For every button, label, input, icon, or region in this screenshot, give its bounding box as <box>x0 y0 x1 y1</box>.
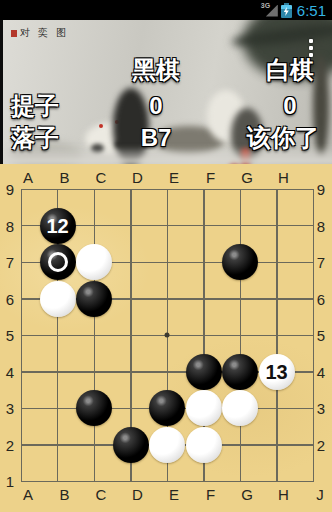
crane-red-crown <box>99 124 103 128</box>
coord-label-top-B: B <box>59 170 69 185</box>
coord-label-left-2: 2 <box>6 437 14 452</box>
coord-label-bottom-B: B <box>59 487 69 502</box>
coord-label-left-9: 9 <box>6 182 14 197</box>
coord-label-bottom-J: J <box>316 487 324 502</box>
coord-label-right-8: 8 <box>317 218 325 233</box>
stone-F3-white <box>186 390 222 426</box>
seal-stamp <box>11 30 17 37</box>
stone-E3-black <box>149 390 185 426</box>
coord-label-bottom-D: D <box>132 487 143 502</box>
coord-label-top-A: A <box>23 170 33 185</box>
coord-label-top-E: E <box>169 170 179 185</box>
coord-label-left-6: 6 <box>6 291 14 306</box>
painting-title: 对奕图 <box>20 26 74 40</box>
coord-label-right-4: 4 <box>317 364 325 379</box>
stone-B7-black <box>40 244 76 280</box>
coord-label-bottom-A: A <box>23 487 33 502</box>
star-point-E5 <box>165 333 170 338</box>
stone-move-number: 13 <box>265 362 287 382</box>
stone-B8-black: 12 <box>40 208 76 244</box>
coord-label-left-4: 4 <box>6 364 14 379</box>
stone-H4-white: 13 <box>259 354 295 390</box>
coord-label-right-2: 2 <box>317 437 325 452</box>
status-bar: 3G 6:51 <box>0 0 332 20</box>
coord-label-left-5: 5 <box>6 328 14 343</box>
coord-label-top-G: G <box>241 170 253 185</box>
stone-G4-black <box>222 354 258 390</box>
stone-B6-white <box>40 281 76 317</box>
coord-label-bottom-E: E <box>169 487 179 502</box>
last-move-marker <box>48 252 68 272</box>
stone-G3-white <box>222 390 258 426</box>
coord-label-right-7: 7 <box>317 255 325 270</box>
go-board: ABCDEFGHABCDEFGHJ987654321987654321213 <box>0 164 332 512</box>
network-type-label: 3G <box>261 2 270 9</box>
coord-label-bottom-G: G <box>241 487 253 502</box>
coord-label-bottom-F: F <box>206 487 215 502</box>
coord-label-left-8: 8 <box>6 218 14 233</box>
stone-C7-white <box>76 244 112 280</box>
black-captures-count: 0 <box>106 94 206 118</box>
coord-label-left-7: 7 <box>6 255 14 270</box>
coord-label-right-9: 9 <box>317 182 325 197</box>
coord-label-right-6: 6 <box>317 291 325 306</box>
coord-label-right-5: 5 <box>317 328 325 343</box>
stone-F2-white <box>186 427 222 463</box>
move-row-label: 落子 <box>6 126 64 150</box>
black-player-title: 黑棋 <box>106 58 206 82</box>
game-info-header: 对奕图 黑棋 白棋 提子 0 0 落子 B7 该你了 <box>0 20 332 164</box>
coord-label-bottom-C: C <box>96 487 107 502</box>
coord-label-top-C: C <box>96 170 107 185</box>
battery-charging-icon <box>281 2 292 18</box>
coord-label-bottom-H: H <box>278 487 289 502</box>
coord-label-top-D: D <box>132 170 143 185</box>
clock: 6:51 <box>297 2 328 19</box>
coord-label-right-3: 3 <box>317 401 325 416</box>
coord-label-left-3: 3 <box>6 401 14 416</box>
coord-label-top-F: F <box>206 170 215 185</box>
stone-move-number: 12 <box>46 216 68 236</box>
white-turn-status: 该你了 <box>231 126 332 150</box>
stone-C3-black <box>76 390 112 426</box>
captures-row-label: 提子 <box>6 94 64 118</box>
stone-G7-black <box>222 244 258 280</box>
stone-F4-black <box>186 354 222 390</box>
white-captures-count: 0 <box>245 94 332 118</box>
stone-C6-black <box>76 281 112 317</box>
coord-label-left-1: 1 <box>6 474 14 489</box>
stone-E2-white <box>149 427 185 463</box>
stone-D2-black <box>113 427 149 463</box>
signal-strength-icon: 3G <box>261 3 278 18</box>
coord-label-top-H: H <box>278 170 289 185</box>
black-last-move: B7 <box>106 126 206 150</box>
white-player-title: 白棋 <box>245 58 332 82</box>
